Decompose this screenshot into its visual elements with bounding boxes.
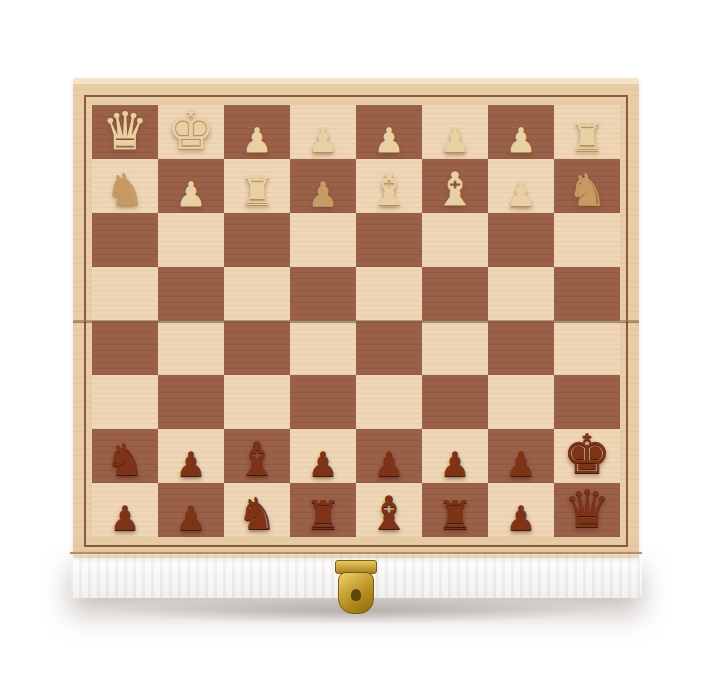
- piece-dark-pawn[interactable]: ♟: [176, 503, 206, 534]
- square-g2[interactable]: ♟: [488, 429, 554, 483]
- square-c7[interactable]: ♜: [224, 159, 290, 213]
- latch-hasp: [338, 572, 374, 614]
- square-a4[interactable]: [92, 321, 158, 375]
- square-c4[interactable]: [224, 321, 290, 375]
- chess-board: ♛♚♟♟♟♟♟♜♞♟♜♟♝♝♟♞♞♟♝♟♟♟♟♚♟♟♞♜♝♜♟♛: [73, 78, 639, 558]
- product-photo-scene: ♛♚♟♟♟♟♟♜♞♟♜♟♝♝♟♞♞♟♝♟♟♟♟♚♟♟♞♜♝♜♟♛: [0, 0, 711, 681]
- square-a2[interactable]: ♞: [92, 429, 158, 483]
- square-h6[interactable]: [554, 213, 620, 267]
- brass-latch-icon: [332, 560, 380, 622]
- board-fold-seam: [73, 320, 639, 323]
- piece-dark-pawn[interactable]: ♟: [176, 449, 206, 480]
- square-c8[interactable]: ♟: [224, 105, 290, 159]
- piece-dark-pawn[interactable]: ♟: [506, 449, 536, 480]
- piece-light-pawn[interactable]: ♟: [308, 179, 338, 210]
- square-c5[interactable]: [224, 267, 290, 321]
- square-e7[interactable]: ♝: [356, 159, 422, 213]
- square-c6[interactable]: [224, 213, 290, 267]
- square-e5[interactable]: [356, 267, 422, 321]
- piece-dark-pawn[interactable]: ♟: [440, 449, 470, 480]
- square-g4[interactable]: [488, 321, 554, 375]
- piece-dark-queen[interactable]: ♛: [564, 486, 611, 534]
- square-d2[interactable]: ♟: [290, 429, 356, 483]
- square-a8[interactable]: ♛: [92, 105, 158, 159]
- square-g3[interactable]: [488, 375, 554, 429]
- square-b3[interactable]: [158, 375, 224, 429]
- square-a1[interactable]: ♟: [92, 483, 158, 537]
- piece-light-pawn[interactable]: ♟: [506, 125, 536, 156]
- square-h5[interactable]: [554, 267, 620, 321]
- piece-light-bishop[interactable]: ♝: [368, 168, 409, 210]
- piece-light-pawn[interactable]: ♟: [308, 125, 338, 156]
- square-g8[interactable]: ♟: [488, 105, 554, 159]
- square-g6[interactable]: [488, 213, 554, 267]
- square-d5[interactable]: [290, 267, 356, 321]
- square-a5[interactable]: [92, 267, 158, 321]
- square-f4[interactable]: [422, 321, 488, 375]
- piece-light-knight[interactable]: ♞: [105, 170, 144, 210]
- square-f2[interactable]: ♟: [422, 429, 488, 483]
- square-g5[interactable]: [488, 267, 554, 321]
- piece-light-pawn[interactable]: ♟: [506, 179, 536, 210]
- piece-light-knight[interactable]: ♞: [567, 170, 606, 210]
- square-e8[interactable]: ♟: [356, 105, 422, 159]
- piece-dark-knight[interactable]: ♞: [105, 440, 144, 480]
- square-e3[interactable]: [356, 375, 422, 429]
- piece-light-rook[interactable]: ♜: [239, 173, 275, 210]
- piece-dark-knight[interactable]: ♞: [237, 494, 276, 534]
- piece-light-bishop[interactable]: ♝: [434, 168, 475, 210]
- square-b1[interactable]: ♟: [158, 483, 224, 537]
- square-g7[interactable]: ♟: [488, 159, 554, 213]
- piece-light-rook[interactable]: ♜: [569, 119, 605, 156]
- square-b4[interactable]: [158, 321, 224, 375]
- square-f8[interactable]: ♟: [422, 105, 488, 159]
- square-c1[interactable]: ♞: [224, 483, 290, 537]
- square-h3[interactable]: [554, 375, 620, 429]
- square-h2[interactable]: ♚: [554, 429, 620, 483]
- square-a3[interactable]: [92, 375, 158, 429]
- square-b5[interactable]: [158, 267, 224, 321]
- square-h7[interactable]: ♞: [554, 159, 620, 213]
- piece-dark-pawn[interactable]: ♟: [308, 449, 338, 480]
- piece-light-king[interactable]: ♚: [167, 106, 215, 156]
- square-f6[interactable]: [422, 213, 488, 267]
- square-e1[interactable]: ♝: [356, 483, 422, 537]
- square-b8[interactable]: ♚: [158, 105, 224, 159]
- square-h4[interactable]: [554, 321, 620, 375]
- square-h8[interactable]: ♜: [554, 105, 620, 159]
- square-g1[interactable]: ♟: [488, 483, 554, 537]
- square-b6[interactable]: [158, 213, 224, 267]
- piece-dark-rook[interactable]: ♜: [437, 497, 473, 534]
- square-d1[interactable]: ♜: [290, 483, 356, 537]
- piece-light-pawn[interactable]: ♟: [242, 125, 272, 156]
- square-d8[interactable]: ♟: [290, 105, 356, 159]
- square-b2[interactable]: ♟: [158, 429, 224, 483]
- piece-dark-pawn[interactable]: ♟: [110, 503, 140, 534]
- piece-light-queen[interactable]: ♛: [102, 108, 149, 156]
- square-d3[interactable]: [290, 375, 356, 429]
- piece-dark-bishop[interactable]: ♝: [368, 492, 409, 534]
- square-b7[interactable]: ♟: [158, 159, 224, 213]
- square-f1[interactable]: ♜: [422, 483, 488, 537]
- piece-light-pawn[interactable]: ♟: [176, 179, 206, 210]
- piece-light-pawn[interactable]: ♟: [440, 125, 470, 156]
- square-e6[interactable]: [356, 213, 422, 267]
- square-f5[interactable]: [422, 267, 488, 321]
- square-e4[interactable]: [356, 321, 422, 375]
- piece-dark-king[interactable]: ♚: [563, 430, 611, 480]
- square-d7[interactable]: ♟: [290, 159, 356, 213]
- square-f3[interactable]: [422, 375, 488, 429]
- piece-dark-pawn[interactable]: ♟: [374, 449, 404, 480]
- piece-dark-bishop[interactable]: ♝: [236, 438, 277, 480]
- square-c3[interactable]: [224, 375, 290, 429]
- square-a7[interactable]: ♞: [92, 159, 158, 213]
- square-e2[interactable]: ♟: [356, 429, 422, 483]
- piece-dark-rook[interactable]: ♜: [305, 497, 341, 534]
- square-a6[interactable]: [92, 213, 158, 267]
- square-d4[interactable]: [290, 321, 356, 375]
- square-h1[interactable]: ♛: [554, 483, 620, 537]
- piece-light-pawn[interactable]: ♟: [374, 125, 404, 156]
- square-d6[interactable]: [290, 213, 356, 267]
- square-f7[interactable]: ♝: [422, 159, 488, 213]
- piece-dark-pawn[interactable]: ♟: [506, 503, 536, 534]
- square-c2[interactable]: ♝: [224, 429, 290, 483]
